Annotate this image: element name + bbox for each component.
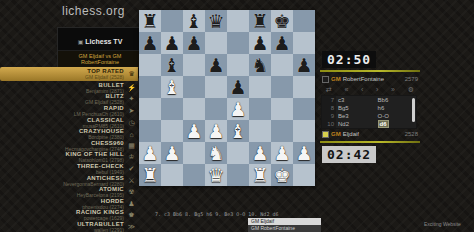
square-d1: ♛ [205, 164, 227, 186]
move-row: 10Nd2d6 [322, 120, 416, 128]
white-king-g1: ♚ [271, 164, 293, 186]
square-d3: ♟ [205, 120, 227, 142]
square-f1: ♜ [249, 164, 271, 186]
black-pawn-a7: ♟ [139, 32, 161, 54]
channel-label: CLASSICAL [83, 117, 124, 123]
white-move[interactable]: Bg5 [336, 104, 376, 112]
channel-label: ANTICHESS [63, 175, 124, 181]
move-number: 7 [322, 96, 336, 104]
chess960-icon: ▦ [127, 142, 136, 150]
clock-divider-top [320, 70, 420, 72]
channel-label: CHESS960 [65, 140, 124, 146]
black-pawn-d6: ♟ [205, 54, 227, 76]
square-h7 [293, 32, 315, 54]
square-a1: ♜ [139, 164, 161, 186]
square-a6 [139, 54, 161, 76]
white-player-name: Eljdaif [343, 131, 359, 137]
square-b5: ♝ [161, 76, 183, 98]
square-b1 [161, 164, 183, 186]
square-a7: ♟ [139, 32, 161, 54]
square-h4 [293, 98, 315, 120]
square-d2: ♞ [205, 142, 227, 164]
channel-bullet[interactable]: BULLETBenjamim (2871)⚡ [0, 82, 138, 94]
square-g2: ♟ [271, 142, 293, 164]
white-pawn-a2: ♟ [139, 142, 161, 164]
square-h3 [293, 120, 315, 142]
clock-divider-bottom [320, 141, 420, 143]
black-player-rating: 2579 [405, 76, 418, 82]
move-number: 10 [322, 120, 336, 128]
square-e3: ♝ [227, 120, 249, 142]
channel-player: GM Eljdaif (2528) [85, 75, 124, 80]
square-d4 [205, 98, 227, 120]
white-bishop-e3: ♝ [227, 120, 249, 142]
white-rook-f1: ♜ [249, 164, 271, 186]
tv-channel-list: TOP RATEDGM Eljdaif (2528)♛BULLETBenjami… [0, 66, 138, 232]
square-b2: ♟ [161, 142, 183, 164]
white-pawn-b2: ♟ [161, 142, 183, 164]
atomic-icon: ☢ [127, 188, 136, 196]
move-row: 8Bg5h6 [322, 104, 416, 112]
move-number: 9 [322, 112, 336, 120]
square-d8: ♛ [205, 10, 227, 32]
black-queen-d8: ♛ [205, 10, 227, 32]
square-c8: ♝ [183, 10, 205, 32]
square-f2: ♟ [249, 142, 271, 164]
square-g5 [271, 76, 293, 98]
channel-label: HORDE [82, 198, 124, 204]
square-g3 [271, 120, 293, 142]
horde-icon: ♟ [127, 200, 136, 208]
square-a5 [139, 76, 161, 98]
square-g4 [271, 98, 293, 120]
black-bishop-b6: ♝ [161, 54, 183, 76]
black-pawn-h6: ♟ [293, 54, 315, 76]
white-bishop-b5: ♝ [161, 76, 183, 98]
classical-icon: ◷ [127, 119, 136, 127]
game-side-panel: 02:50 GM RobertFontaine 2579 ⇄«‹›»⚙ 7c3B… [320, 50, 420, 163]
square-b8 [161, 10, 183, 32]
tv-camera-icon: ▣ [78, 39, 84, 45]
last-move-icon[interactable]: » [391, 86, 395, 93]
square-h2: ♟ [293, 142, 315, 164]
crown-icon: ♛ [127, 70, 136, 78]
square-e1 [227, 164, 249, 186]
square-f6: ♞ [249, 54, 271, 76]
channel-label: BULLET [86, 82, 124, 88]
black-pawn-f7: ♟ [249, 32, 271, 54]
black-rook-f8: ♜ [249, 10, 271, 32]
white-pawn-g2: ♟ [271, 142, 293, 164]
white-pawn-f2: ♟ [249, 142, 271, 164]
black-pawn-e5: ♟ [227, 76, 249, 98]
blitz-icon: ✦ [127, 95, 136, 103]
movelist-scrollbar[interactable] [412, 98, 415, 122]
black-bishop-c8: ♝ [183, 10, 205, 32]
square-g1: ♚ [271, 164, 293, 186]
black-pawn-c7: ♟ [183, 32, 205, 54]
racing-icon: ♚ [127, 211, 136, 219]
white-pawn-e4: ♟ [227, 98, 249, 120]
black-player-name: RobertFontaine [343, 76, 384, 82]
square-d6: ♟ [205, 54, 227, 76]
channel-rapid[interactable]: RAPIDLM PenchuaCh (2610)➤ [0, 105, 138, 117]
flip-board-icon[interactable]: ⇄ [326, 86, 332, 94]
square-b6: ♝ [161, 54, 183, 76]
chess-board: ♜♝♛♜♚♟♟♟♟♟♝♟♞♟♝♟♟♟♟♝♟♟♞♟♟♟♜♛♜♚ [139, 10, 315, 186]
antichess-icon: ⚔ [127, 177, 136, 185]
square-d7 [205, 32, 227, 54]
square-a2: ♟ [139, 142, 161, 164]
square-b7: ♟ [161, 32, 183, 54]
first-move-icon[interactable]: « [345, 86, 349, 93]
square-h8 [293, 10, 315, 32]
black-move[interactable]: d6 [376, 120, 416, 128]
white-clock: 02:42 [322, 146, 376, 163]
square-c2 [183, 142, 205, 164]
square-h5 [293, 76, 315, 98]
white-player-bar[interactable]: GM Eljdaif [248, 218, 321, 225]
square-a3 [139, 120, 161, 142]
square-c7: ♟ [183, 32, 205, 54]
black-rook-a8: ♜ [139, 10, 161, 32]
square-g7: ♟ [271, 32, 293, 54]
threecheck-icon: ✔ [127, 165, 136, 173]
white-player-row[interactable]: GM Eljdaif 2528 [320, 129, 420, 139]
square-e8 [227, 10, 249, 32]
white-player-title: GM [331, 131, 341, 137]
black-player-title: GM [331, 76, 341, 82]
black-color-icon [322, 76, 329, 83]
square-e5: ♟ [227, 76, 249, 98]
black-pawn-g7: ♟ [271, 32, 293, 54]
square-e4: ♟ [227, 98, 249, 120]
black-pawn-b7: ♟ [161, 32, 183, 54]
footer-link[interactable]: Exciting Website [424, 221, 461, 227]
square-g6 [271, 54, 293, 76]
channel-chess960[interactable]: CHESS960Hecmagovchargine (2748)▦ [0, 140, 138, 152]
prev-move-icon[interactable]: ‹ [361, 86, 363, 93]
square-f5 [249, 76, 271, 98]
channel-player: wallen (2291) [77, 228, 124, 232]
square-c4 [183, 98, 205, 120]
white-pawn-c3: ♟ [183, 120, 205, 142]
square-g8: ♚ [271, 10, 293, 32]
move-row: 9Be3O-O [322, 112, 416, 120]
channel-classical[interactable]: CLASSICALmusaPM85 (2610)◷ [0, 117, 138, 129]
square-d5 [205, 76, 227, 98]
square-b4 [161, 98, 183, 120]
game-toolbar: ⇄«‹›»⚙ [320, 84, 420, 95]
white-move[interactable]: Nd2 [336, 120, 376, 128]
square-c3: ♟ [183, 120, 205, 142]
square-e6 [227, 54, 249, 76]
white-move[interactable]: Be3 [336, 112, 376, 120]
channel-atomic[interactable]: ATOMICHeyBarcelona (2195)☢ [0, 186, 138, 198]
square-c5 [183, 76, 205, 98]
black-player-row[interactable]: GM RobertFontaine 2579 [320, 74, 420, 84]
bullet-icon: ⚡ [127, 84, 136, 92]
move-row: 7c3Bb6 [322, 96, 416, 104]
black-move[interactable]: h6 [376, 104, 416, 112]
white-pawn-h2: ♟ [293, 142, 315, 164]
square-f4 [249, 98, 271, 120]
square-c1 [183, 164, 205, 186]
channel-top-rated[interactable]: TOP RATEDGM Eljdaif (2528)♛ [0, 67, 138, 81]
square-f8: ♜ [249, 10, 271, 32]
channel-crazyhouse[interactable]: CRAZYHOUSEBordpine (2380)⌂ [0, 128, 138, 140]
white-player-rating: 2528 [405, 131, 418, 137]
white-rook-a1: ♜ [139, 164, 161, 186]
square-a4 [139, 98, 161, 120]
square-f3 [249, 120, 271, 142]
white-color-icon [322, 131, 329, 138]
white-queen-d1: ♛ [205, 164, 227, 186]
black-clock: 02:50 [322, 51, 376, 68]
channel-racing-kings[interactable]: RACING KINGSpowercage (1629)♚ [0, 210, 138, 222]
black-player-bar[interactable]: GM RobertFontaine [248, 225, 321, 232]
move-number: 8 [322, 104, 336, 112]
square-b3 [161, 120, 183, 142]
channel-blitz[interactable]: BLITZGM Eljdaif (2528)✦ [0, 94, 138, 106]
channel-horde[interactable]: HORDEphoenixdou (2274)♟ [0, 198, 138, 210]
white-pawn-d3: ♟ [205, 120, 227, 142]
square-e2 [227, 142, 249, 164]
tv-title: Lichess TV [85, 38, 122, 45]
next-move-icon[interactable]: › [376, 86, 378, 93]
black-move[interactable]: O-O [376, 112, 416, 120]
channel-ultrabullet[interactable]: ULTRABULLETwallen (2291)≫ [0, 221, 138, 232]
square-e7 [227, 32, 249, 54]
koth-icon: ♔ [127, 153, 136, 161]
tv-header: ▣Lichess TV [58, 28, 142, 51]
black-move[interactable]: Bb6 [376, 96, 416, 104]
crazyhouse-icon: ⌂ [127, 131, 136, 138]
square-c6 [183, 54, 205, 76]
channel-king-of-the-hill[interactable]: KING OF THE HILLNatsohlom01 (2798)♔ [0, 152, 138, 164]
black-knight-f6: ♞ [249, 54, 271, 76]
settings-icon[interactable]: ⚙ [408, 86, 414, 94]
black-king-g8: ♚ [271, 10, 293, 32]
channel-antichess[interactable]: ANTICHESSNevergonnaBernard (2280)⚔ [0, 175, 138, 187]
white-move[interactable]: c3 [336, 96, 376, 104]
move-list: 7c3Bb68Bg5h69Be3O-O10Nd2d6 [321, 95, 417, 129]
white-knight-d2: ♞ [205, 142, 227, 164]
site-title[interactable]: lichess.org [62, 4, 125, 18]
square-f7: ♟ [249, 32, 271, 54]
square-h6: ♟ [293, 54, 315, 76]
rapid-icon: ➤ [127, 107, 136, 115]
channel-three-check[interactable]: THREE-CHECKbebul (1949)✔ [0, 163, 138, 175]
ultrabullet-icon: ≫ [127, 223, 136, 231]
square-h1 [293, 164, 315, 186]
square-a8: ♜ [139, 10, 161, 32]
